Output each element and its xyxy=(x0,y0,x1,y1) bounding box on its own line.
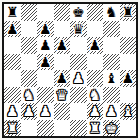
square-a4[interactable] xyxy=(4,70,21,87)
piece-black-king: ♚ xyxy=(70,4,87,21)
square-d2[interactable] xyxy=(54,103,71,120)
square-c5[interactable]: ♟ xyxy=(37,54,54,71)
square-f5[interactable] xyxy=(87,54,104,71)
square-a8[interactable]: ♜ xyxy=(4,4,21,21)
square-g8[interactable]: ♞ xyxy=(103,4,120,21)
square-f3[interactable]: ♞ xyxy=(87,87,104,104)
piece-white-pawn: ♟ xyxy=(21,103,38,120)
square-g5[interactable] xyxy=(103,54,120,71)
square-d8[interactable] xyxy=(54,4,71,21)
square-d7[interactable] xyxy=(54,21,71,38)
piece-white-rook: ♜ xyxy=(87,120,104,137)
square-b6[interactable] xyxy=(21,37,38,54)
square-a2[interactable]: ♟ xyxy=(4,103,21,120)
square-h6[interactable] xyxy=(120,37,137,54)
piece-black-pawn: ♟ xyxy=(120,70,137,87)
piece-white-king: ♚ xyxy=(103,120,120,137)
piece-black-pawn: ♟ xyxy=(37,21,54,38)
square-b8[interactable] xyxy=(21,4,38,21)
square-d1[interactable] xyxy=(54,120,71,137)
chess-board: ♜♚♞♜♟♟♛♟♟♟♟♟♟♝♟♞♛♞♟♟♟♟♟♝♜♜♚ xyxy=(2,2,138,138)
piece-black-pawn: ♟ xyxy=(4,21,21,38)
square-h5[interactable] xyxy=(120,54,137,71)
square-h4[interactable]: ♟ xyxy=(120,70,137,87)
square-c4[interactable] xyxy=(37,70,54,87)
square-c7[interactable]: ♟ xyxy=(37,21,54,38)
piece-white-pawn: ♟ xyxy=(4,103,21,120)
piece-black-pawn: ♟ xyxy=(54,37,71,54)
piece-white-pawn: ♟ xyxy=(37,103,54,120)
square-g4[interactable]: ♝ xyxy=(103,70,120,87)
square-e6[interactable] xyxy=(70,37,87,54)
square-g6[interactable] xyxy=(103,37,120,54)
square-c3[interactable] xyxy=(37,87,54,104)
piece-black-pawn: ♟ xyxy=(87,37,104,54)
square-f8[interactable] xyxy=(87,4,104,21)
square-a5[interactable] xyxy=(4,54,21,71)
square-e3[interactable] xyxy=(70,87,87,104)
square-h8[interactable]: ♜ xyxy=(120,4,137,21)
square-g1[interactable]: ♚ xyxy=(103,120,120,137)
square-e2[interactable] xyxy=(70,103,87,120)
square-e7[interactable]: ♛ xyxy=(70,21,87,38)
square-e8[interactable]: ♚ xyxy=(70,4,87,21)
square-b1[interactable] xyxy=(21,120,38,137)
square-d3[interactable]: ♛ xyxy=(54,87,71,104)
piece-black-rook: ♜ xyxy=(4,4,21,21)
square-c1[interactable] xyxy=(37,120,54,137)
square-b4[interactable] xyxy=(21,70,38,87)
piece-black-bishop: ♝ xyxy=(103,70,120,87)
chess-diagram: ♜♚♞♜♟♟♛♟♟♟♟♟♟♝♟♞♛♞♟♟♟♟♟♝♜♜♚ xyxy=(0,0,140,140)
piece-black-queen: ♛ xyxy=(70,21,87,38)
piece-white-rook: ♜ xyxy=(4,120,21,137)
piece-white-queen: ♛ xyxy=(54,87,71,104)
square-a7[interactable]: ♟ xyxy=(4,21,21,38)
square-f6[interactable]: ♟ xyxy=(87,37,104,54)
piece-white-knight: ♞ xyxy=(21,87,38,104)
piece-white-knight: ♞ xyxy=(87,87,104,104)
square-f4[interactable] xyxy=(87,70,104,87)
square-e4[interactable]: ♟ xyxy=(70,70,87,87)
square-e5[interactable] xyxy=(70,54,87,71)
square-c8[interactable] xyxy=(37,4,54,21)
square-c6[interactable]: ♟ xyxy=(37,37,54,54)
square-a1[interactable]: ♜ xyxy=(4,120,21,137)
piece-black-pawn: ♟ xyxy=(37,54,54,71)
square-c2[interactable]: ♟ xyxy=(37,103,54,120)
square-d5[interactable] xyxy=(54,54,71,71)
square-d4[interactable]: ♟ xyxy=(54,70,71,87)
square-f1[interactable]: ♜ xyxy=(87,120,104,137)
square-b2[interactable]: ♟ xyxy=(21,103,38,120)
piece-black-pawn: ♟ xyxy=(54,70,71,87)
square-e1[interactable] xyxy=(70,120,87,137)
piece-white-bishop: ♝ xyxy=(120,103,137,120)
square-f7[interactable] xyxy=(87,21,104,38)
square-f2[interactable]: ♟ xyxy=(87,103,104,120)
piece-black-rook: ♜ xyxy=(120,4,137,21)
square-g2[interactable]: ♟ xyxy=(103,103,120,120)
square-h7[interactable] xyxy=(120,21,137,38)
square-d6[interactable]: ♟ xyxy=(54,37,71,54)
square-b7[interactable] xyxy=(21,21,38,38)
piece-white-pawn: ♟ xyxy=(103,103,120,120)
square-g7[interactable] xyxy=(103,21,120,38)
piece-black-knight: ♞ xyxy=(103,4,120,21)
square-a3[interactable] xyxy=(4,87,21,104)
square-a6[interactable] xyxy=(4,37,21,54)
piece-white-pawn: ♟ xyxy=(87,103,104,120)
square-h2[interactable]: ♝ xyxy=(120,103,137,120)
piece-white-pawn: ♟ xyxy=(70,70,87,87)
square-b3[interactable]: ♞ xyxy=(21,87,38,104)
square-h1[interactable] xyxy=(120,120,137,137)
square-g3[interactable] xyxy=(103,87,120,104)
square-h3[interactable] xyxy=(120,87,137,104)
square-b5[interactable] xyxy=(21,54,38,71)
piece-black-pawn: ♟ xyxy=(37,37,54,54)
